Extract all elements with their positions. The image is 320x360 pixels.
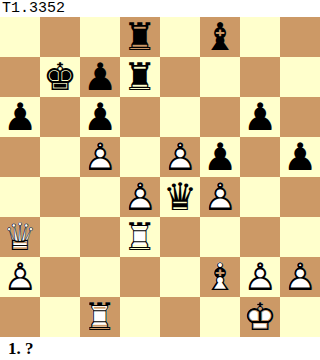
square-a6[interactable]: ♟ xyxy=(0,97,40,137)
square-h1[interactable] xyxy=(280,297,320,337)
square-h8[interactable] xyxy=(280,17,320,57)
piece-white-pawn[interactable]: ♟♙ xyxy=(200,177,240,217)
piece-black-king[interactable]: ♚ xyxy=(40,57,80,97)
square-g8[interactable] xyxy=(240,17,280,57)
square-e4[interactable]: ♛ xyxy=(160,177,200,217)
square-c2[interactable] xyxy=(80,257,120,297)
square-h2[interactable]: ♟♙ xyxy=(280,257,320,297)
square-a8[interactable] xyxy=(0,17,40,57)
piece-white-pawn[interactable]: ♟♙ xyxy=(280,257,320,297)
square-b4[interactable] xyxy=(40,177,80,217)
piece-black-pawn[interactable]: ♟ xyxy=(80,97,120,137)
square-d7[interactable]: ♜ xyxy=(120,57,160,97)
square-c5[interactable]: ♟♙ xyxy=(80,137,120,177)
square-h5[interactable]: ♟ xyxy=(280,137,320,177)
piece-white-pawn[interactable]: ♟♙ xyxy=(240,257,280,297)
square-b2[interactable] xyxy=(40,257,80,297)
piece-white-pawn[interactable]: ♟♙ xyxy=(160,137,200,177)
piece-white-rook[interactable]: ♜♖ xyxy=(80,297,120,337)
square-d4[interactable]: ♟♙ xyxy=(120,177,160,217)
square-d6[interactable] xyxy=(120,97,160,137)
piece-black-pawn[interactable]: ♟ xyxy=(240,97,280,137)
square-a2[interactable]: ♟♙ xyxy=(0,257,40,297)
chess-board: ♜♝♚♟♜♟♟♟♟♙♟♙♟♟♟♙♛♟♙♛♕♜♖♟♙♝♗♟♙♟♙♜♖♚♔ xyxy=(0,17,320,337)
square-c3[interactable] xyxy=(80,217,120,257)
square-a5[interactable] xyxy=(0,137,40,177)
square-a4[interactable] xyxy=(0,177,40,217)
square-b8[interactable] xyxy=(40,17,80,57)
piece-white-rook[interactable]: ♜♖ xyxy=(120,217,160,257)
square-e8[interactable] xyxy=(160,17,200,57)
piece-white-bishop[interactable]: ♝♗ xyxy=(200,257,240,297)
piece-black-pawn[interactable]: ♟ xyxy=(0,97,40,137)
square-g4[interactable] xyxy=(240,177,280,217)
square-b5[interactable] xyxy=(40,137,80,177)
square-h4[interactable] xyxy=(280,177,320,217)
prompt-bar: 1. ? xyxy=(0,337,320,360)
square-f1[interactable] xyxy=(200,297,240,337)
square-a3[interactable]: ♛♕ xyxy=(0,217,40,257)
square-d5[interactable] xyxy=(120,137,160,177)
square-g7[interactable] xyxy=(240,57,280,97)
square-c7[interactable]: ♟ xyxy=(80,57,120,97)
square-c6[interactable]: ♟ xyxy=(80,97,120,137)
square-g6[interactable]: ♟ xyxy=(240,97,280,137)
square-g1[interactable]: ♚♔ xyxy=(240,297,280,337)
square-h7[interactable] xyxy=(280,57,320,97)
square-g5[interactable] xyxy=(240,137,280,177)
square-f4[interactable]: ♟♙ xyxy=(200,177,240,217)
piece-black-pawn[interactable]: ♟ xyxy=(200,137,240,177)
square-b3[interactable] xyxy=(40,217,80,257)
square-f2[interactable]: ♝♗ xyxy=(200,257,240,297)
square-a7[interactable] xyxy=(0,57,40,97)
puzzle-id: T1.3352 xyxy=(0,1,65,16)
move-prompt: 1. ? xyxy=(0,340,34,357)
square-b1[interactable] xyxy=(40,297,80,337)
square-c4[interactable] xyxy=(80,177,120,217)
square-b6[interactable] xyxy=(40,97,80,137)
square-e7[interactable] xyxy=(160,57,200,97)
piece-white-pawn[interactable]: ♟♙ xyxy=(120,177,160,217)
square-e5[interactable]: ♟♙ xyxy=(160,137,200,177)
title-bar: T1.3352 xyxy=(0,0,320,17)
square-h6[interactable] xyxy=(280,97,320,137)
square-f7[interactable] xyxy=(200,57,240,97)
square-f5[interactable]: ♟ xyxy=(200,137,240,177)
piece-black-pawn[interactable]: ♟ xyxy=(80,57,120,97)
square-f3[interactable] xyxy=(200,217,240,257)
piece-black-pawn[interactable]: ♟ xyxy=(280,137,320,177)
square-e2[interactable] xyxy=(160,257,200,297)
piece-black-rook[interactable]: ♜ xyxy=(120,17,160,57)
square-d2[interactable] xyxy=(120,257,160,297)
square-e6[interactable] xyxy=(160,97,200,137)
square-d1[interactable] xyxy=(120,297,160,337)
square-d8[interactable]: ♜ xyxy=(120,17,160,57)
square-g3[interactable] xyxy=(240,217,280,257)
square-c1[interactable]: ♜♖ xyxy=(80,297,120,337)
piece-black-bishop[interactable]: ♝ xyxy=(200,17,240,57)
square-b7[interactable]: ♚ xyxy=(40,57,80,97)
piece-black-queen[interactable]: ♛ xyxy=(160,177,200,217)
square-d3[interactable]: ♜♖ xyxy=(120,217,160,257)
chess-app: T1.3352 ♜♝♚♟♜♟♟♟♟♙♟♙♟♟♟♙♛♟♙♛♕♜♖♟♙♝♗♟♙♟♙♜… xyxy=(0,0,320,360)
piece-white-pawn[interactable]: ♟♙ xyxy=(80,137,120,177)
square-e1[interactable] xyxy=(160,297,200,337)
piece-black-rook[interactable]: ♜ xyxy=(120,57,160,97)
piece-white-king[interactable]: ♚♔ xyxy=(240,297,280,337)
square-c8[interactable] xyxy=(80,17,120,57)
square-e3[interactable] xyxy=(160,217,200,257)
piece-white-queen[interactable]: ♛♕ xyxy=(0,217,40,257)
square-h3[interactable] xyxy=(280,217,320,257)
square-a1[interactable] xyxy=(0,297,40,337)
square-f6[interactable] xyxy=(200,97,240,137)
piece-white-pawn[interactable]: ♟♙ xyxy=(0,257,40,297)
square-f8[interactable]: ♝ xyxy=(200,17,240,57)
square-g2[interactable]: ♟♙ xyxy=(240,257,280,297)
